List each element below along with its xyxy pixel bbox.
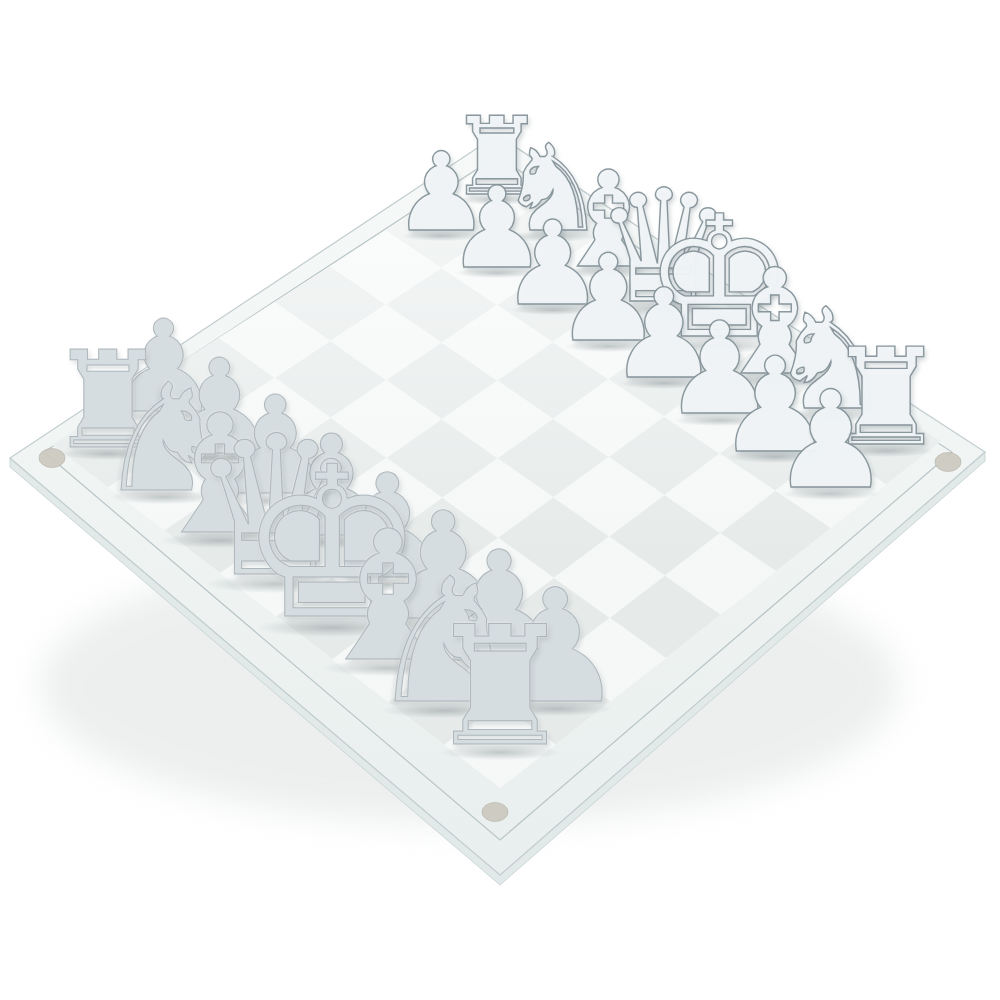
piece-white-rook-h1[interactable]: ♜: [417, 605, 582, 770]
piece-black-pawn-h7[interactable]: ♟: [763, 373, 898, 508]
pieces-layer: ♜♞♟♝♟♛♟♚♟♝♟♞♟♟♜♜♟♟♟♞♟♝♟♛♟♚♟♝♟♟♞♜: [0, 0, 1000, 1000]
glass-chess-set-photo: ♜♞♟♝♟♛♟♚♟♝♟♞♟♟♜♜♟♟♟♞♟♝♟♛♟♚♟♝♟♟♞♜: [0, 0, 1000, 1000]
